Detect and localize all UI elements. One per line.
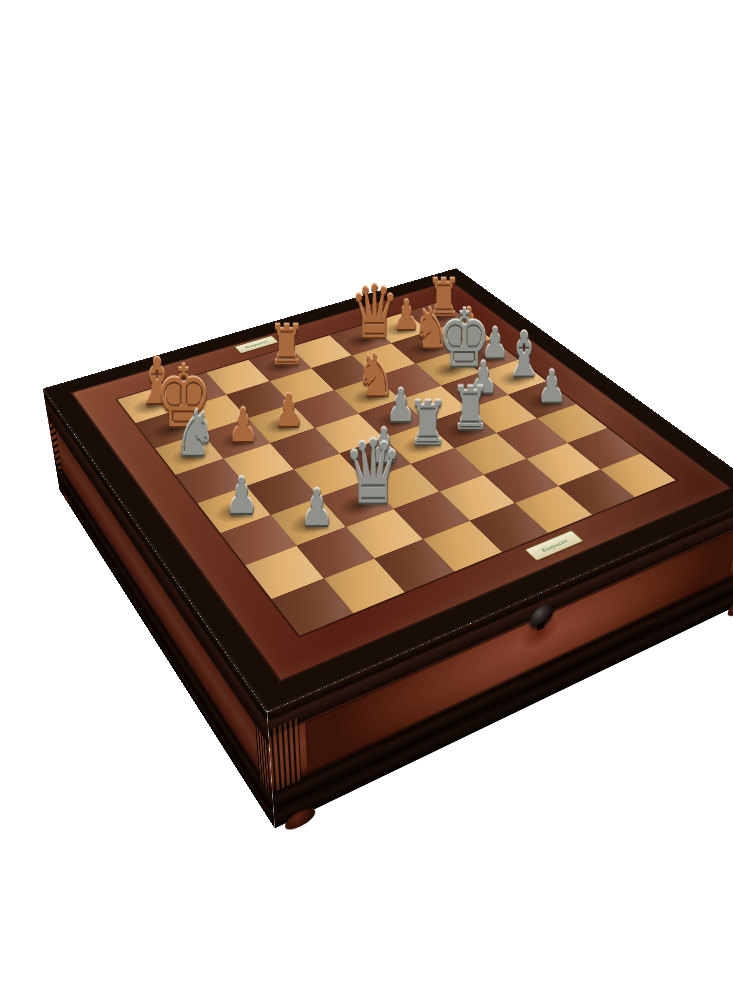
silver-rook-glyph: ♜ [407, 396, 448, 451]
product-photo: Kasparov Kasparov ♝♜♛♟♜♚♞♟♟♟♞♞♚♟♟♟♝♟♟♜♜♟… [0, 0, 733, 1000]
silver-pawn-glyph: ♟ [294, 485, 339, 531]
silver-pawn-glyph: ♟ [219, 473, 263, 518]
silver-rook-glyph: ♜ [450, 382, 491, 436]
copper-queen-glyph: ♛ [349, 279, 385, 346]
silver-queen-glyph: ♛ [343, 432, 387, 512]
bun-foot [62, 490, 73, 517]
corner-molding [270, 717, 301, 792]
corner-molding [49, 419, 63, 475]
copper-pawn-glyph: ♟ [222, 404, 263, 446]
chess-set-scene: Kasparov Kasparov ♝♜♛♟♜♚♞♟♟♟♞♞♚♟♟♟♝♟♟♜♜♟… [0, 0, 733, 1000]
silver-pawn[interactable]: ♟ [271, 497, 346, 545]
silver-knight-glyph: ♞ [175, 404, 217, 462]
bun-foot [727, 595, 733, 619]
copper-pawn-glyph: ♟ [268, 390, 308, 431]
copper-rook-glyph: ♜ [268, 320, 306, 370]
silver-pawn-glyph: ♟ [532, 366, 571, 406]
bun-foot [285, 804, 316, 834]
chess-board-box: Kasparov Kasparov ♝♜♛♟♜♚♞♟♟♟♞♞♚♟♟♟♝♟♟♜♜♟… [43, 268, 733, 712]
